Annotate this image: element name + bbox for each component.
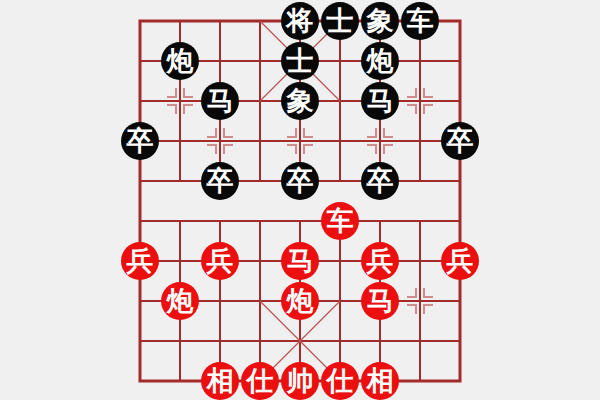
board-point: 士 <box>280 41 320 81</box>
piece-black-chariot[interactable]: 车 <box>401 2 439 40</box>
board-point: 相 <box>200 361 240 400</box>
piece-red-general[interactable]: 帅 <box>281 362 319 400</box>
board-point: 象 <box>360 1 400 41</box>
board: 将士象车炮士炮马象马卒卒卒卒卒车兵兵马兵兵炮炮马相仕帅仕相 <box>120 1 480 400</box>
board-point: 兵 <box>200 241 240 281</box>
piece-black-cannon[interactable]: 炮 <box>161 42 199 80</box>
board-point: 士 <box>320 1 360 41</box>
board-point: 马 <box>360 281 400 321</box>
board-point: 卒 <box>200 161 240 201</box>
board-point: 将 <box>280 1 320 41</box>
board-point: 马 <box>280 241 320 281</box>
piece-red-soldier[interactable]: 兵 <box>201 242 239 280</box>
piece-black-soldier[interactable]: 卒 <box>361 162 399 200</box>
board-point: 卒 <box>360 161 400 201</box>
piece-red-cannon[interactable]: 炮 <box>281 282 319 320</box>
board-point: 马 <box>200 81 240 121</box>
board-point: 兵 <box>440 241 480 281</box>
piece-black-advisor[interactable]: 士 <box>321 2 359 40</box>
piece-red-soldier[interactable]: 兵 <box>121 242 159 280</box>
board-point: 卒 <box>440 121 480 161</box>
board-point: 象 <box>280 81 320 121</box>
piece-black-elephant[interactable]: 象 <box>281 82 319 120</box>
board-point: 车 <box>320 201 360 241</box>
piece-red-soldier[interactable]: 兵 <box>441 242 479 280</box>
piece-black-cannon[interactable]: 炮 <box>361 42 399 80</box>
board-point: 帅 <box>280 361 320 400</box>
board-point: 炮 <box>160 281 200 321</box>
piece-black-soldier[interactable]: 卒 <box>121 122 159 160</box>
board-point: 炮 <box>160 41 200 81</box>
piece-red-chariot[interactable]: 车 <box>321 202 359 240</box>
piece-black-elephant[interactable]: 象 <box>361 2 399 40</box>
board-point: 仕 <box>320 361 360 400</box>
board-point: 仕 <box>240 361 280 400</box>
board-point: 炮 <box>280 281 320 321</box>
piece-black-soldier[interactable]: 卒 <box>281 162 319 200</box>
board-point: 兵 <box>360 241 400 281</box>
piece-black-soldier[interactable]: 卒 <box>441 122 479 160</box>
xiangqi-board-screen: 将士象车炮士炮马象马卒卒卒卒卒车兵兵马兵兵炮炮马相仕帅仕相 <box>0 0 600 400</box>
piece-black-horse[interactable]: 马 <box>201 82 239 120</box>
board-point: 卒 <box>120 121 160 161</box>
piece-red-elephant[interactable]: 相 <box>361 362 399 400</box>
piece-red-advisor[interactable]: 仕 <box>321 362 359 400</box>
piece-red-soldier[interactable]: 兵 <box>361 242 399 280</box>
piece-black-advisor[interactable]: 士 <box>281 42 319 80</box>
piece-red-elephant[interactable]: 相 <box>201 362 239 400</box>
piece-black-general[interactable]: 将 <box>281 2 319 40</box>
board-point: 炮 <box>360 41 400 81</box>
piece-black-horse[interactable]: 马 <box>361 82 399 120</box>
piece-red-horse[interactable]: 马 <box>281 242 319 280</box>
board-point: 车 <box>400 1 440 41</box>
piece-red-cannon[interactable]: 炮 <box>161 282 199 320</box>
piece-black-soldier[interactable]: 卒 <box>201 162 239 200</box>
board-point: 卒 <box>280 161 320 201</box>
board-point: 马 <box>360 81 400 121</box>
piece-red-horse[interactable]: 马 <box>361 282 399 320</box>
board-point: 相 <box>360 361 400 400</box>
board-point: 兵 <box>120 241 160 281</box>
piece-red-advisor[interactable]: 仕 <box>241 362 279 400</box>
